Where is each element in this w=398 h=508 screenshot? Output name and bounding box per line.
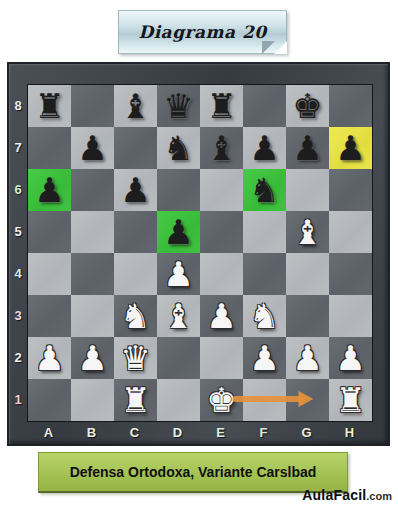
square-b8 [71, 85, 114, 127]
site-branding-name: AulaFacil [302, 487, 366, 503]
chess-board: ♜♝♛♜♚♟♞♝♟♟♟♟♟♞♟♝♟♞♝♟♞♟♟♛♟♟♟♜♚♜ 87654321 … [7, 62, 390, 446]
piece-black-knight: ♞ [163, 131, 193, 165]
square-g3 [286, 295, 329, 337]
square-c2: ♛ [114, 337, 157, 379]
square-d7: ♞ [157, 127, 200, 169]
rank-label-2: 2 [9, 336, 27, 378]
file-label-D: D [156, 420, 199, 444]
square-c1: ♜ [114, 379, 157, 421]
piece-white-pawn: ♟ [249, 341, 279, 375]
rank-label-5: 5 [9, 210, 27, 252]
file-label-B: B [70, 420, 113, 444]
caption-text: Defensa Ortodoxa, Variante Carslbad [70, 464, 317, 480]
piece-white-pawn: ♟ [77, 341, 107, 375]
square-h5 [329, 211, 372, 253]
square-f3: ♞ [243, 295, 286, 337]
square-b6 [71, 169, 114, 211]
square-a1 [28, 379, 71, 421]
square-h6 [329, 169, 372, 211]
piece-black-pawn: ♟ [163, 215, 193, 249]
square-e2 [200, 337, 243, 379]
piece-black-rook: ♜ [206, 89, 236, 123]
square-a8: ♜ [28, 85, 71, 127]
square-g6 [286, 169, 329, 211]
piece-black-bishop: ♝ [206, 131, 236, 165]
piece-white-queen: ♛ [120, 341, 150, 375]
square-d5: ♟ [157, 211, 200, 253]
square-f1 [243, 379, 286, 421]
square-b3 [71, 295, 114, 337]
file-label-A: A [27, 420, 70, 444]
square-d8: ♛ [157, 85, 200, 127]
square-b5 [71, 211, 114, 253]
piece-white-pawn: ♟ [292, 341, 322, 375]
piece-white-bishop: ♝ [292, 215, 322, 249]
square-d2 [157, 337, 200, 379]
square-c4 [114, 253, 157, 295]
square-g8: ♚ [286, 85, 329, 127]
square-d1 [157, 379, 200, 421]
square-h1: ♜ [329, 379, 372, 421]
piece-black-pawn: ♟ [249, 131, 279, 165]
piece-white-pawn: ♟ [34, 341, 64, 375]
square-h2: ♟ [329, 337, 372, 379]
file-label-G: G [285, 420, 328, 444]
diagram-header-tab: Diagrama 20 [118, 10, 287, 54]
square-h4 [329, 253, 372, 295]
square-e5 [200, 211, 243, 253]
rank-label-7: 7 [9, 126, 27, 168]
piece-white-pawn: ♟ [163, 257, 193, 291]
square-e8: ♜ [200, 85, 243, 127]
square-g2: ♟ [286, 337, 329, 379]
square-d4: ♟ [157, 253, 200, 295]
chess-board-grid: ♜♝♛♜♚♟♞♝♟♟♟♟♟♞♟♝♟♞♝♟♞♟♟♛♟♟♟♜♚♜ [27, 84, 373, 422]
square-h3 [329, 295, 372, 337]
square-e7: ♝ [200, 127, 243, 169]
piece-white-knight: ♞ [249, 299, 279, 333]
piece-black-king: ♚ [292, 89, 322, 123]
square-c6: ♟ [114, 169, 157, 211]
square-a5 [28, 211, 71, 253]
piece-white-rook: ♜ [120, 383, 150, 417]
square-g7: ♟ [286, 127, 329, 169]
square-e1: ♚ [200, 379, 243, 421]
rank-label-6: 6 [9, 168, 27, 210]
square-h7: ♟ [329, 127, 372, 169]
square-a6: ♟ [28, 169, 71, 211]
square-f4 [243, 253, 286, 295]
square-a7 [28, 127, 71, 169]
square-c8: ♝ [114, 85, 157, 127]
piece-black-pawn: ♟ [120, 173, 150, 207]
square-c7 [114, 127, 157, 169]
diagram-title: Diagrama 20 [138, 22, 266, 42]
square-b2: ♟ [71, 337, 114, 379]
piece-white-king: ♚ [206, 383, 236, 417]
piece-white-bishop: ♝ [163, 299, 193, 333]
square-f2: ♟ [243, 337, 286, 379]
file-label-C: C [113, 420, 156, 444]
square-a2: ♟ [28, 337, 71, 379]
piece-black-pawn: ♟ [292, 131, 322, 165]
square-b4 [71, 253, 114, 295]
rank-label-8: 8 [9, 84, 27, 126]
piece-black-queen: ♛ [163, 89, 193, 123]
square-h8 [329, 85, 372, 127]
file-label-F: F [242, 420, 285, 444]
square-f7: ♟ [243, 127, 286, 169]
square-f5 [243, 211, 286, 253]
square-b1 [71, 379, 114, 421]
square-a3 [28, 295, 71, 337]
rank-label-4: 4 [9, 252, 27, 294]
site-branding: AulaFacil .com [302, 487, 392, 503]
site-branding-suffix: .com [366, 490, 392, 502]
file-label-H: H [328, 420, 371, 444]
piece-white-pawn: ♟ [206, 299, 236, 333]
piece-white-pawn: ♟ [335, 341, 365, 375]
piece-black-bishop: ♝ [120, 89, 150, 123]
rank-label-1: 1 [9, 378, 27, 420]
square-e4 [200, 253, 243, 295]
square-b7: ♟ [71, 127, 114, 169]
rank-label-3: 3 [9, 294, 27, 336]
piece-white-knight: ♞ [120, 299, 150, 333]
square-d6 [157, 169, 200, 211]
square-d3: ♝ [157, 295, 200, 337]
square-c3: ♞ [114, 295, 157, 337]
square-g4 [286, 253, 329, 295]
square-g5: ♝ [286, 211, 329, 253]
piece-black-rook: ♜ [34, 89, 64, 123]
square-g1 [286, 379, 329, 421]
piece-black-knight: ♞ [249, 173, 279, 207]
piece-black-pawn: ♟ [34, 173, 64, 207]
piece-white-rook: ♜ [335, 383, 365, 417]
square-c5 [114, 211, 157, 253]
piece-black-pawn: ♟ [335, 131, 365, 165]
square-e6 [200, 169, 243, 211]
file-label-E: E [199, 420, 242, 444]
square-f8 [243, 85, 286, 127]
square-a4 [28, 253, 71, 295]
square-e3: ♟ [200, 295, 243, 337]
piece-black-pawn: ♟ [77, 131, 107, 165]
square-f6: ♞ [243, 169, 286, 211]
